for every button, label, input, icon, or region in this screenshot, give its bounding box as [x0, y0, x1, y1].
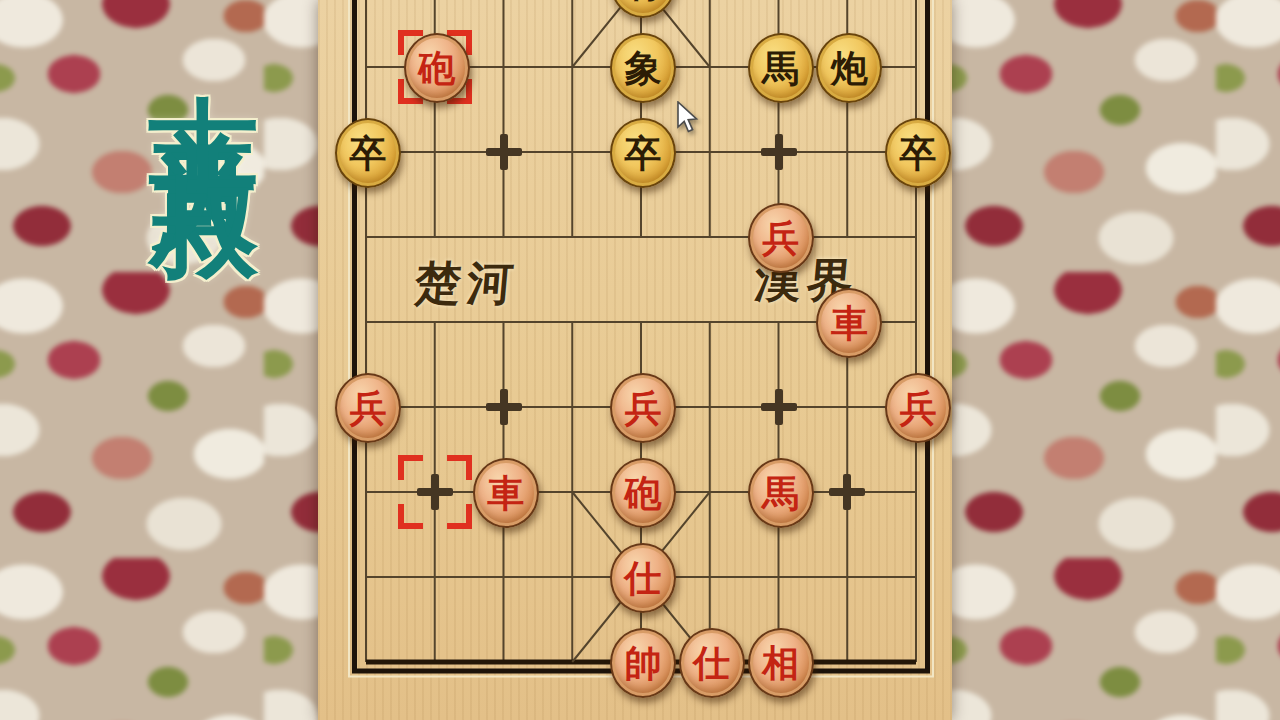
piece-glyph: 馬 — [762, 475, 799, 512]
point-marker — [486, 134, 522, 170]
piece-black-elephant[interactable]: 象 — [610, 33, 676, 103]
piece-black-soldier[interactable]: 卒 — [885, 118, 951, 188]
piece-red-soldier[interactable]: 兵 — [885, 373, 951, 443]
piece-black-soldier[interactable]: 卒 — [335, 118, 401, 188]
piece-glyph: 馬 — [762, 50, 799, 87]
piece-glyph: 兵 — [625, 390, 662, 427]
piece-red-advisor[interactable]: 仕 — [679, 628, 745, 698]
piece-glyph: 卒 — [900, 135, 937, 172]
piece-red-horse[interactable]: 馬 — [748, 458, 814, 528]
piece-black-horse[interactable]: 馬 — [748, 33, 814, 103]
piece-glyph: 將 — [625, 0, 662, 2]
screenshot-stage: 古普大叔 旗开得胜 楚河 漢界 將砲象馬炮卒卒卒兵車兵兵兵車砲馬仕帥仕相 — [0, 0, 1280, 720]
piece-glyph: 砲 — [418, 50, 455, 87]
piece-glyph: 炮 — [831, 50, 868, 87]
piece-glyph: 帥 — [625, 645, 662, 682]
piece-glyph: 卒 — [350, 135, 387, 172]
piece-black-soldier[interactable]: 卒 — [610, 118, 676, 188]
piece-red-soldier[interactable]: 兵 — [748, 203, 814, 273]
piece-red-soldier[interactable]: 兵 — [335, 373, 401, 443]
xiangqi-board[interactable]: 楚河 漢界 將砲象馬炮卒卒卒兵車兵兵兵車砲馬仕帥仕相 — [318, 0, 952, 720]
piece-glyph: 車 — [487, 475, 524, 512]
point-marker — [486, 389, 522, 425]
piece-red-general[interactable]: 帥 — [610, 628, 676, 698]
piece-glyph: 兵 — [350, 390, 387, 427]
piece-black-general[interactable]: 將 — [610, 0, 676, 18]
piece-glyph: 砲 — [625, 475, 662, 512]
piece-red-advisor[interactable]: 仕 — [610, 543, 676, 613]
piece-glyph: 相 — [762, 645, 799, 682]
piece-red-cannon[interactable]: 砲 — [404, 33, 470, 103]
piece-glyph: 兵 — [900, 390, 937, 427]
piece-glyph: 仕 — [625, 560, 662, 597]
piece-red-chariot[interactable]: 車 — [816, 288, 882, 358]
piece-glyph: 兵 — [762, 220, 799, 257]
piece-red-soldier[interactable]: 兵 — [610, 373, 676, 443]
last-move-marker — [398, 455, 472, 529]
mouse-cursor — [676, 101, 702, 135]
piece-glyph: 車 — [831, 305, 868, 342]
piece-glyph: 卒 — [625, 135, 662, 172]
piece-black-cannon[interactable]: 炮 — [816, 33, 882, 103]
point-marker — [829, 474, 865, 510]
point-marker — [761, 389, 797, 425]
river-label-left: 楚河 — [412, 253, 521, 315]
piece-glyph: 象 — [625, 50, 662, 87]
point-marker — [761, 134, 797, 170]
piece-red-chariot[interactable]: 車 — [473, 458, 539, 528]
piece-red-cannon[interactable]: 砲 — [610, 458, 676, 528]
piece-red-elephant[interactable]: 相 — [748, 628, 814, 698]
piece-glyph: 仕 — [693, 645, 730, 682]
pieces-layer: 將砲象馬炮卒卒卒兵車兵兵兵車砲馬仕帥仕相 — [0, 0, 1280, 720]
